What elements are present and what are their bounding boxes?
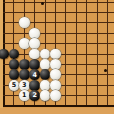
white-stone[interactable] bbox=[50, 80, 61, 91]
white-stone-move-1[interactable]: 1 bbox=[19, 90, 30, 101]
black-stone-move-4[interactable]: 4 bbox=[29, 69, 40, 80]
move-number-label: 3 bbox=[22, 82, 26, 88]
white-stone[interactable] bbox=[29, 49, 40, 60]
white-stone[interactable] bbox=[40, 59, 51, 70]
black-stone[interactable] bbox=[29, 59, 40, 70]
star-point bbox=[41, 2, 44, 5]
star-point bbox=[104, 69, 107, 72]
white-stone-move-5[interactable]: 5 bbox=[9, 80, 20, 91]
black-stone[interactable] bbox=[9, 49, 20, 60]
grid-line-horizontal bbox=[3, 2, 114, 3]
grid-line-horizontal bbox=[3, 12, 114, 13]
white-stone[interactable] bbox=[19, 17, 30, 28]
white-stone[interactable] bbox=[40, 80, 51, 91]
move-number-label: 4 bbox=[32, 72, 36, 78]
go-board[interactable]: 45312 bbox=[0, 0, 114, 114]
black-stone[interactable] bbox=[9, 69, 20, 80]
move-number-label: 2 bbox=[32, 93, 36, 99]
black-stone[interactable] bbox=[19, 69, 30, 80]
black-stone-move-2[interactable]: 2 bbox=[29, 90, 40, 101]
white-stone[interactable] bbox=[50, 90, 61, 101]
white-stone[interactable] bbox=[50, 59, 61, 70]
white-stone-move-3[interactable]: 3 bbox=[19, 80, 30, 91]
move-number-label: 5 bbox=[12, 82, 16, 88]
black-stone[interactable] bbox=[9, 59, 20, 70]
black-stone[interactable] bbox=[19, 59, 30, 70]
black-stone[interactable] bbox=[40, 69, 51, 80]
grid-line-horizontal bbox=[3, 33, 114, 34]
black-stone[interactable] bbox=[29, 80, 40, 91]
board-bottom-margin bbox=[0, 108, 114, 114]
white-stone[interactable] bbox=[50, 69, 61, 80]
white-stone[interactable] bbox=[29, 38, 40, 49]
white-stone[interactable] bbox=[50, 49, 61, 60]
white-stone[interactable] bbox=[40, 90, 51, 101]
board-edge-line-bottom bbox=[3, 105, 114, 107]
white-stone[interactable] bbox=[29, 28, 40, 39]
white-stone[interactable] bbox=[40, 49, 51, 60]
white-stone[interactable] bbox=[19, 38, 30, 49]
black-stone[interactable] bbox=[0, 49, 9, 60]
move-number-label: 1 bbox=[22, 93, 26, 99]
